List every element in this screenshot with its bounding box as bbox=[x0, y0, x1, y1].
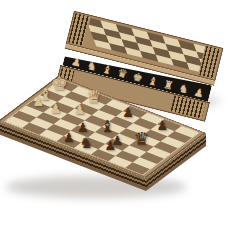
product-photo-stage: ♟♞♝♛♚♝♜♞♟ ♚♛♝♟♟♟♟♟♝♛♟♟♟♟♞ bbox=[0, 0, 228, 228]
base-groove-band-right bbox=[171, 96, 206, 119]
